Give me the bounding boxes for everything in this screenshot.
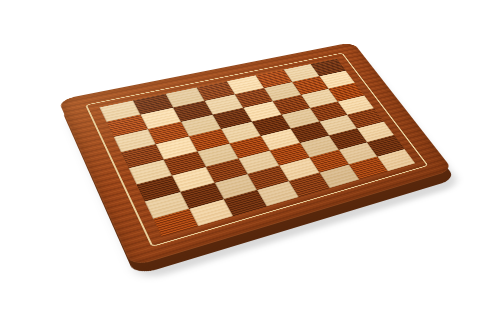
product-photo-scene: [0, 0, 500, 316]
